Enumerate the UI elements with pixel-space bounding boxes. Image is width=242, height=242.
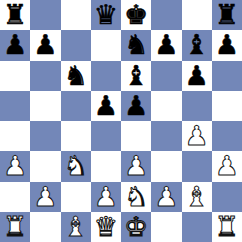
square-g5[interactable] xyxy=(182,91,212,121)
square-c1[interactable]: ♝ xyxy=(61,212,91,242)
square-f4[interactable] xyxy=(151,121,181,151)
square-f8[interactable] xyxy=(151,0,181,30)
square-b8[interactable] xyxy=(30,0,60,30)
black-bishop-icon[interactable]: ♝ xyxy=(124,61,148,91)
white-king-icon[interactable]: ♚ xyxy=(124,212,148,242)
square-e6[interactable]: ♝ xyxy=(121,61,151,91)
square-f2[interactable]: ♟ xyxy=(151,182,181,212)
black-pawn-icon[interactable]: ♟ xyxy=(154,30,178,60)
white-pawn-icon[interactable]: ♟ xyxy=(94,182,118,212)
square-d8[interactable]: ♛ xyxy=(91,0,121,30)
square-a7[interactable]: ♟ xyxy=(0,30,30,60)
square-g6[interactable]: ♟ xyxy=(182,61,212,91)
square-b7[interactable]: ♟ xyxy=(30,30,60,60)
square-d4[interactable] xyxy=(91,121,121,151)
square-a2[interactable] xyxy=(0,182,30,212)
white-pawn-icon[interactable]: ♟ xyxy=(33,182,57,212)
black-knight-icon[interactable]: ♞ xyxy=(124,30,148,60)
square-c6[interactable]: ♞ xyxy=(61,61,91,91)
white-rook-icon[interactable]: ♜ xyxy=(3,212,27,242)
square-b5[interactable] xyxy=(30,91,60,121)
square-e3[interactable]: ♟ xyxy=(121,151,151,181)
black-pawn-icon[interactable]: ♟ xyxy=(33,30,57,60)
square-c5[interactable] xyxy=(61,91,91,121)
black-bishop-icon[interactable]: ♝ xyxy=(185,30,209,60)
square-h3[interactable]: ♟ xyxy=(212,151,242,181)
square-b6[interactable] xyxy=(30,61,60,91)
square-a6[interactable] xyxy=(0,61,30,91)
square-d3[interactable] xyxy=(91,151,121,181)
square-h4[interactable] xyxy=(212,121,242,151)
square-b1[interactable] xyxy=(30,212,60,242)
square-h2[interactable] xyxy=(212,182,242,212)
black-pawn-icon[interactable]: ♟ xyxy=(185,61,209,91)
square-a8[interactable]: ♜ xyxy=(0,0,30,30)
square-e1[interactable]: ♚ xyxy=(121,212,151,242)
square-c7[interactable] xyxy=(61,30,91,60)
black-rook-icon[interactable]: ♜ xyxy=(215,0,239,30)
white-pawn-icon[interactable]: ♟ xyxy=(185,121,209,151)
square-f5[interactable] xyxy=(151,91,181,121)
chess-board: ♜♛♚♜♟♟♞♟♝♟♞♝♟♟♟♟♟♞♟♟♟♟♞♟♝♜♝♛♚♜ xyxy=(0,0,242,242)
white-pawn-icon[interactable]: ♟ xyxy=(124,151,148,181)
white-pawn-icon[interactable]: ♟ xyxy=(215,151,239,181)
square-b3[interactable] xyxy=(30,151,60,181)
square-e5[interactable]: ♟ xyxy=(121,91,151,121)
square-h7[interactable]: ♟ xyxy=(212,30,242,60)
square-b4[interactable] xyxy=(30,121,60,151)
square-a3[interactable]: ♟ xyxy=(0,151,30,181)
black-pawn-icon[interactable]: ♟ xyxy=(3,30,27,60)
white-knight-icon[interactable]: ♞ xyxy=(64,151,88,181)
square-f6[interactable] xyxy=(151,61,181,91)
white-queen-icon[interactable]: ♛ xyxy=(94,212,118,242)
black-pawn-icon[interactable]: ♟ xyxy=(94,91,118,121)
square-h8[interactable]: ♜ xyxy=(212,0,242,30)
white-pawn-icon[interactable]: ♟ xyxy=(3,151,27,181)
square-d5[interactable]: ♟ xyxy=(91,91,121,121)
square-g2[interactable]: ♝ xyxy=(182,182,212,212)
white-pawn-icon[interactable]: ♟ xyxy=(154,182,178,212)
black-queen-icon[interactable]: ♛ xyxy=(94,0,118,30)
square-e8[interactable]: ♚ xyxy=(121,0,151,30)
square-a5[interactable] xyxy=(0,91,30,121)
black-king-icon[interactable]: ♚ xyxy=(124,0,148,30)
square-d2[interactable]: ♟ xyxy=(91,182,121,212)
square-h6[interactable] xyxy=(212,61,242,91)
white-knight-icon[interactable]: ♞ xyxy=(124,182,148,212)
square-h1[interactable]: ♜ xyxy=(212,212,242,242)
square-c2[interactable] xyxy=(61,182,91,212)
square-g7[interactable]: ♝ xyxy=(182,30,212,60)
square-d1[interactable]: ♛ xyxy=(91,212,121,242)
black-pawn-icon[interactable]: ♟ xyxy=(124,91,148,121)
square-b2[interactable]: ♟ xyxy=(30,182,60,212)
black-knight-icon[interactable]: ♞ xyxy=(64,61,88,91)
square-a4[interactable] xyxy=(0,121,30,151)
square-f1[interactable] xyxy=(151,212,181,242)
square-d6[interactable] xyxy=(91,61,121,91)
black-rook-icon[interactable]: ♜ xyxy=(3,0,27,30)
white-bishop-icon[interactable]: ♝ xyxy=(185,182,209,212)
square-g3[interactable] xyxy=(182,151,212,181)
white-rook-icon[interactable]: ♜ xyxy=(215,212,239,242)
square-c8[interactable] xyxy=(61,0,91,30)
square-d7[interactable] xyxy=(91,30,121,60)
square-a1[interactable]: ♜ xyxy=(0,212,30,242)
black-pawn-icon[interactable]: ♟ xyxy=(215,30,239,60)
square-e4[interactable] xyxy=(121,121,151,151)
square-f7[interactable]: ♟ xyxy=(151,30,181,60)
square-f3[interactable] xyxy=(151,151,181,181)
white-bishop-icon[interactable]: ♝ xyxy=(64,212,88,242)
square-g4[interactable]: ♟ xyxy=(182,121,212,151)
square-c4[interactable] xyxy=(61,121,91,151)
square-c3[interactable]: ♞ xyxy=(61,151,91,181)
square-e7[interactable]: ♞ xyxy=(121,30,151,60)
square-e2[interactable]: ♞ xyxy=(121,182,151,212)
square-g8[interactable] xyxy=(182,0,212,30)
square-h5[interactable] xyxy=(212,91,242,121)
square-g1[interactable] xyxy=(182,212,212,242)
